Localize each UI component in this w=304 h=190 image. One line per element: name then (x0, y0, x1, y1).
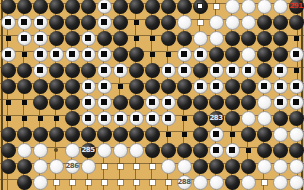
dead-white-stone[interactable] (209, 127, 224, 142)
black-stone[interactable] (65, 79, 80, 94)
dead-white-stone[interactable] (81, 31, 96, 46)
dead-white-stone[interactable] (81, 111, 96, 126)
black-square-marker-icon (293, 51, 299, 57)
black-territory-marker[interactable] (182, 116, 187, 121)
black-stone[interactable] (209, 159, 224, 174)
black-stone[interactable] (257, 31, 272, 46)
black-stone[interactable] (65, 0, 80, 14)
dead-white-stone[interactable] (97, 79, 112, 94)
dead-white-stone[interactable] (209, 63, 224, 78)
black-stone[interactable] (257, 47, 272, 62)
black-stone[interactable] (1, 127, 16, 142)
dead-white-stone[interactable] (97, 0, 112, 14)
white-stone[interactable] (129, 143, 144, 158)
dead-white-stone[interactable] (17, 15, 32, 30)
black-stone[interactable] (113, 95, 128, 110)
black-territory-marker[interactable] (38, 116, 43, 121)
black-territory-marker[interactable] (166, 52, 171, 57)
black-square-marker-icon (293, 83, 299, 89)
black-stone[interactable] (241, 79, 256, 94)
black-stone[interactable] (193, 143, 208, 158)
dead-white-stone[interactable] (49, 47, 64, 62)
black-stone[interactable] (1, 0, 16, 14)
dead-white-stone[interactable] (145, 95, 160, 110)
dead-white-stone[interactable] (273, 79, 288, 94)
black-square-marker-icon (213, 83, 219, 89)
black-stone[interactable] (145, 15, 160, 30)
white-stone[interactable] (81, 159, 96, 174)
white-stone[interactable] (241, 111, 256, 126)
black-stone[interactable] (257, 15, 272, 30)
dead-white-stone[interactable] (289, 95, 304, 110)
white-stone[interactable] (241, 175, 256, 190)
black-territory-marker[interactable] (6, 100, 11, 105)
black-territory-marker[interactable] (246, 148, 251, 153)
white-stone[interactable] (209, 15, 224, 30)
black-territory-marker[interactable] (118, 84, 123, 89)
black-stone[interactable] (113, 0, 128, 14)
black-stone[interactable] (273, 15, 288, 30)
black-square-marker-icon (69, 51, 75, 57)
black-stone[interactable] (161, 31, 176, 46)
black-square-marker-icon (165, 115, 171, 121)
black-square-marker-icon (261, 83, 267, 89)
white-stone[interactable] (209, 175, 224, 190)
black-stone[interactable] (257, 143, 272, 158)
black-territory-marker[interactable] (22, 100, 27, 105)
black-stone[interactable] (209, 111, 224, 126)
white-stone[interactable] (225, 0, 240, 14)
black-stone[interactable] (33, 127, 48, 142)
black-territory-marker[interactable] (294, 36, 299, 41)
dead-white-stone[interactable] (209, 143, 224, 158)
black-square-marker-icon (37, 51, 43, 57)
white-stone[interactable] (257, 111, 272, 126)
black-stone[interactable] (1, 143, 16, 158)
black-territory-marker[interactable] (294, 68, 299, 73)
black-stone[interactable] (113, 47, 128, 62)
black-stone[interactable] (33, 79, 48, 94)
white-territory-marker[interactable] (150, 164, 155, 169)
white-square-marker-icon (197, 3, 203, 9)
black-stone[interactable] (129, 0, 144, 14)
black-stone[interactable] (193, 95, 208, 110)
black-stone[interactable] (225, 159, 240, 174)
black-stone[interactable] (145, 143, 160, 158)
black-square-marker-icon (229, 147, 235, 153)
dead-white-stone[interactable] (97, 95, 112, 110)
white-stone[interactable] (177, 159, 192, 174)
dead-white-stone[interactable] (97, 63, 112, 78)
white-stone[interactable] (33, 159, 48, 174)
black-square-marker-icon (101, 67, 107, 73)
black-stone[interactable] (65, 95, 80, 110)
white-stone[interactable] (289, 127, 304, 142)
black-stone[interactable] (193, 159, 208, 174)
black-territory-marker[interactable] (6, 36, 11, 41)
black-stone[interactable] (225, 79, 240, 94)
black-square-marker-icon (213, 131, 219, 137)
black-square-marker-icon (21, 19, 27, 25)
black-stone[interactable] (129, 95, 144, 110)
black-square-marker-icon (213, 67, 219, 73)
dead-white-stone[interactable] (257, 79, 272, 94)
black-stone[interactable] (177, 31, 192, 46)
black-stone[interactable] (113, 31, 128, 46)
black-square-marker-icon (197, 83, 203, 89)
white-stone[interactable] (33, 175, 48, 190)
white-stone[interactable] (193, 175, 208, 190)
black-stone[interactable] (113, 127, 128, 142)
black-square-marker-icon (165, 99, 171, 105)
black-stone[interactable] (273, 31, 288, 46)
black-territory-marker[interactable] (182, 132, 187, 137)
black-stone[interactable] (177, 0, 192, 14)
black-square-marker-icon (85, 115, 91, 121)
black-square-marker-icon (85, 83, 91, 89)
black-stone[interactable] (177, 143, 192, 158)
white-stone[interactable] (65, 143, 80, 158)
black-square-marker-icon (5, 51, 11, 57)
black-stone[interactable] (273, 47, 288, 62)
white-stone[interactable] (49, 159, 64, 174)
dead-white-stone[interactable] (209, 79, 224, 94)
dead-white-stone[interactable] (65, 47, 80, 62)
black-square-marker-icon (117, 115, 123, 121)
white-stone[interactable] (289, 159, 304, 174)
dead-white-stone[interactable] (129, 111, 144, 126)
dead-white-stone[interactable] (273, 63, 288, 78)
black-square-marker-icon (181, 51, 187, 57)
black-stone[interactable] (49, 95, 64, 110)
black-stone[interactable] (145, 0, 160, 14)
dead-white-stone[interactable] (161, 63, 176, 78)
black-stone[interactable] (225, 95, 240, 110)
white-stone[interactable] (241, 0, 256, 14)
white-stone[interactable] (273, 159, 288, 174)
black-square-marker-icon (229, 67, 235, 73)
go-app: 291283285286288 (0, 0, 304, 190)
black-stone[interactable] (161, 0, 176, 14)
black-stone[interactable] (241, 95, 256, 110)
black-square-marker-icon (197, 51, 203, 57)
black-square-marker-icon (5, 19, 11, 25)
black-stone[interactable] (81, 63, 96, 78)
black-stone[interactable] (65, 31, 80, 46)
white-stone[interactable] (289, 175, 304, 190)
black-square-marker-icon (101, 83, 107, 89)
dead-white-stone[interactable] (193, 47, 208, 62)
white-stone[interactable] (65, 159, 80, 174)
dead-white-stone[interactable] (225, 143, 240, 158)
dead-white-stone[interactable] (81, 95, 96, 110)
black-square-marker-icon (101, 115, 107, 121)
dead-white-stone[interactable] (97, 15, 112, 30)
black-stone[interactable] (49, 0, 64, 14)
black-square-marker-icon (133, 115, 139, 121)
dead-white-stone[interactable] (97, 111, 112, 126)
black-stone[interactable] (97, 31, 112, 46)
white-territory-marker[interactable] (70, 180, 75, 185)
white-stone[interactable] (241, 15, 256, 30)
white-stone[interactable] (177, 175, 192, 190)
black-stone[interactable] (177, 95, 192, 110)
black-stone[interactable] (129, 47, 144, 62)
black-square-marker-icon (85, 35, 91, 41)
white-territory-marker[interactable] (102, 180, 107, 185)
black-territory-marker[interactable] (22, 52, 27, 57)
dead-white-stone[interactable] (113, 63, 128, 78)
white-territory-marker[interactable] (198, 20, 203, 25)
black-stone[interactable] (129, 127, 144, 142)
white-stone[interactable] (241, 47, 256, 62)
black-stone[interactable] (17, 0, 32, 14)
black-stone[interactable] (145, 79, 160, 94)
white-territory-marker[interactable] (134, 180, 139, 185)
black-square-marker-icon (37, 19, 43, 25)
black-stone[interactable] (257, 127, 272, 142)
star-point[interactable] (54, 148, 58, 152)
black-stone[interactable] (289, 143, 304, 158)
white-territory-marker[interactable] (118, 180, 123, 185)
black-stone[interactable] (161, 15, 176, 30)
dead-white-stone[interactable] (289, 47, 304, 62)
black-square-marker-icon (101, 51, 107, 57)
white-stone[interactable] (257, 0, 272, 14)
black-stone[interactable] (209, 95, 224, 110)
black-stone[interactable] (161, 79, 176, 94)
black-stone[interactable] (145, 63, 160, 78)
dead-white-stone[interactable] (17, 31, 32, 46)
black-stone[interactable] (49, 15, 64, 30)
dead-white-stone[interactable] (161, 111, 176, 126)
dead-white-stone[interactable] (225, 63, 240, 78)
black-territory-marker[interactable] (134, 36, 139, 41)
black-stone[interactable] (33, 95, 48, 110)
black-stone[interactable] (49, 63, 64, 78)
black-square-marker-icon (37, 67, 43, 73)
black-square-marker-icon (277, 83, 283, 89)
black-stone[interactable] (177, 79, 192, 94)
dead-black-stone[interactable] (193, 0, 208, 14)
black-stone[interactable] (193, 127, 208, 142)
dead-white-stone[interactable] (193, 79, 208, 94)
dead-white-stone[interactable] (161, 95, 176, 110)
black-stone[interactable] (193, 63, 208, 78)
dead-white-stone[interactable] (97, 47, 112, 62)
black-stone[interactable] (1, 63, 16, 78)
white-territory-marker[interactable] (262, 180, 267, 185)
dead-white-stone[interactable] (145, 111, 160, 126)
dead-white-stone[interactable] (1, 15, 16, 30)
white-stone[interactable] (257, 95, 272, 110)
white-territory-marker[interactable] (166, 180, 171, 185)
dead-white-stone[interactable] (81, 79, 96, 94)
white-stone[interactable] (273, 0, 288, 14)
black-square-marker-icon (85, 51, 91, 57)
white-territory-marker[interactable] (102, 164, 107, 169)
black-stone[interactable] (81, 143, 96, 158)
black-square-marker-icon (85, 99, 91, 105)
dead-white-stone[interactable] (33, 31, 48, 46)
black-square-marker-icon (277, 67, 283, 73)
black-square-marker-icon (101, 99, 107, 105)
black-stone[interactable] (129, 63, 144, 78)
black-square-marker-icon (213, 147, 219, 153)
black-square-marker-icon (149, 115, 155, 121)
white-stone[interactable] (17, 143, 32, 158)
black-stone[interactable] (257, 63, 272, 78)
black-stone[interactable] (241, 31, 256, 46)
white-territory-marker[interactable] (214, 4, 219, 9)
black-square-marker-icon (37, 35, 43, 41)
black-stone[interactable] (97, 127, 112, 142)
go-board[interactable]: 291283285286288 (0, 0, 304, 190)
black-territory-marker[interactable] (150, 52, 155, 57)
black-stone[interactable] (241, 159, 256, 174)
black-square-marker-icon (293, 99, 299, 105)
white-stone[interactable] (161, 159, 176, 174)
black-square-marker-icon (21, 35, 27, 41)
dead-white-stone[interactable] (1, 47, 16, 62)
black-square-marker-icon (165, 67, 171, 73)
black-stone[interactable] (209, 47, 224, 62)
black-territory-marker[interactable] (22, 116, 27, 121)
white-stone[interactable] (209, 31, 224, 46)
black-stone[interactable] (17, 175, 32, 190)
black-stone[interactable] (225, 47, 240, 62)
black-territory-marker[interactable] (230, 132, 235, 137)
black-square-marker-icon (245, 67, 251, 73)
white-territory-marker[interactable] (118, 164, 123, 169)
white-territory-marker[interactable] (54, 180, 59, 185)
black-stone[interactable] (273, 111, 288, 126)
black-stone[interactable] (17, 79, 32, 94)
black-stone[interactable] (65, 63, 80, 78)
white-territory-marker[interactable] (150, 180, 155, 185)
black-stone[interactable] (225, 111, 240, 126)
black-stone[interactable] (1, 79, 16, 94)
black-stone[interactable] (241, 127, 256, 142)
black-stone[interactable] (49, 127, 64, 142)
black-square-marker-icon (117, 67, 123, 73)
white-stone[interactable] (273, 175, 288, 190)
black-stone[interactable] (289, 111, 304, 126)
black-stone[interactable] (17, 127, 32, 142)
dead-white-stone[interactable] (289, 79, 304, 94)
black-square-marker-icon (53, 51, 59, 57)
white-stone[interactable] (113, 143, 128, 158)
white-territory-marker[interactable] (134, 164, 139, 169)
black-stone[interactable] (17, 63, 32, 78)
black-stone[interactable] (1, 159, 16, 174)
black-stone[interactable] (81, 127, 96, 142)
black-stone[interactable] (145, 127, 160, 142)
black-stone[interactable] (65, 127, 80, 142)
dead-white-stone[interactable] (33, 63, 48, 78)
black-stone[interactable] (81, 0, 96, 14)
black-territory-marker[interactable] (134, 20, 139, 25)
white-stone[interactable] (193, 31, 208, 46)
white-stone[interactable] (257, 159, 272, 174)
black-stone[interactable] (225, 175, 240, 190)
black-square-marker-icon (277, 99, 283, 105)
black-square-marker-icon (149, 99, 155, 105)
black-stone[interactable] (289, 15, 304, 30)
black-stone[interactable] (49, 79, 64, 94)
black-stone[interactable] (17, 159, 32, 174)
black-stone[interactable] (193, 111, 208, 126)
black-stone[interactable] (65, 111, 80, 126)
black-stone[interactable] (113, 15, 128, 30)
dead-white-stone[interactable] (273, 95, 288, 110)
dead-white-stone[interactable] (33, 15, 48, 30)
dead-white-stone[interactable] (177, 63, 192, 78)
black-stone[interactable] (225, 31, 240, 46)
dead-white-stone[interactable] (33, 47, 48, 62)
black-territory-marker[interactable] (166, 132, 171, 137)
white-territory-marker[interactable] (86, 180, 91, 185)
black-square-marker-icon (101, 3, 107, 9)
black-territory-marker[interactable] (150, 36, 155, 41)
black-territory-marker[interactable] (6, 116, 11, 121)
white-stone[interactable] (177, 15, 192, 30)
black-stone[interactable] (33, 0, 48, 14)
black-territory-marker[interactable] (54, 116, 59, 121)
dead-white-stone[interactable] (113, 111, 128, 126)
white-stone[interactable] (225, 15, 240, 30)
black-stone[interactable] (65, 15, 80, 30)
dead-white-stone[interactable] (81, 47, 96, 62)
black-stone[interactable] (81, 15, 96, 30)
white-stone[interactable] (33, 143, 48, 158)
black-stone[interactable] (273, 143, 288, 158)
black-square-marker-icon (181, 67, 187, 73)
dead-white-stone[interactable] (241, 63, 256, 78)
black-stone[interactable] (49, 31, 64, 46)
black-square-marker-icon (101, 19, 107, 25)
white-stone[interactable] (97, 143, 112, 158)
black-stone[interactable] (129, 79, 144, 94)
white-stone[interactable] (273, 127, 288, 142)
black-stone[interactable] (289, 0, 304, 14)
dead-white-stone[interactable] (177, 47, 192, 62)
black-stone[interactable] (161, 143, 176, 158)
